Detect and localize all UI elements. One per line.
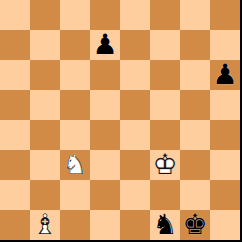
- chess-board: ♟♟♞♘♚♔♝♗♞♚: [0, 0, 242, 242]
- square-b8[interactable]: [30, 0, 60, 30]
- white-bishop[interactable]: ♝♗: [30, 210, 60, 240]
- square-a6[interactable]: [0, 60, 30, 90]
- square-c4[interactable]: [60, 120, 90, 150]
- square-b4[interactable]: [30, 120, 60, 150]
- square-d4[interactable]: [90, 120, 120, 150]
- square-g1[interactable]: ♚: [180, 210, 210, 240]
- square-d2[interactable]: [90, 180, 120, 210]
- square-b1[interactable]: ♝♗: [30, 210, 60, 240]
- square-d7[interactable]: ♟: [90, 30, 120, 60]
- black-pawn[interactable]: ♟: [90, 30, 120, 60]
- white-king-glyph: ♔: [152, 151, 177, 179]
- square-f8[interactable]: [150, 0, 180, 30]
- square-b7[interactable]: [30, 30, 60, 60]
- square-c5[interactable]: [60, 90, 90, 120]
- square-h5[interactable]: [210, 90, 240, 120]
- square-g5[interactable]: [180, 90, 210, 120]
- square-e7[interactable]: [120, 30, 150, 60]
- white-knight-glyph: ♘: [62, 151, 87, 179]
- square-h1[interactable]: [210, 210, 240, 240]
- square-h2[interactable]: [210, 180, 240, 210]
- square-g2[interactable]: [180, 180, 210, 210]
- square-h4[interactable]: [210, 120, 240, 150]
- white-bishop-glyph: ♗: [32, 211, 57, 239]
- square-d8[interactable]: [90, 0, 120, 30]
- square-e6[interactable]: [120, 60, 150, 90]
- square-h8[interactable]: [210, 0, 240, 30]
- square-d6[interactable]: [90, 60, 120, 90]
- square-a2[interactable]: [0, 180, 30, 210]
- square-c6[interactable]: [60, 60, 90, 90]
- square-e5[interactable]: [120, 90, 150, 120]
- square-c8[interactable]: [60, 0, 90, 30]
- square-g4[interactable]: [180, 120, 210, 150]
- square-e8[interactable]: [120, 0, 150, 30]
- square-c3[interactable]: ♞♘: [60, 150, 90, 180]
- square-d1[interactable]: [90, 210, 120, 240]
- square-e3[interactable]: [120, 150, 150, 180]
- square-g6[interactable]: [180, 60, 210, 90]
- square-f1[interactable]: ♞: [150, 210, 180, 240]
- square-g8[interactable]: [180, 0, 210, 30]
- square-f5[interactable]: [150, 90, 180, 120]
- white-king[interactable]: ♚♔: [150, 150, 180, 180]
- square-h3[interactable]: [210, 150, 240, 180]
- square-b6[interactable]: [30, 60, 60, 90]
- square-a4[interactable]: [0, 120, 30, 150]
- square-f4[interactable]: [150, 120, 180, 150]
- square-a8[interactable]: [0, 0, 30, 30]
- square-c1[interactable]: [60, 210, 90, 240]
- square-f2[interactable]: [150, 180, 180, 210]
- square-d5[interactable]: [90, 90, 120, 120]
- square-c7[interactable]: [60, 30, 90, 60]
- square-e4[interactable]: [120, 120, 150, 150]
- square-h7[interactable]: [210, 30, 240, 60]
- square-f3[interactable]: ♚♔: [150, 150, 180, 180]
- square-h6[interactable]: ♟: [210, 60, 240, 90]
- black-king[interactable]: ♚: [180, 210, 210, 240]
- square-g7[interactable]: [180, 30, 210, 60]
- white-knight[interactable]: ♞♘: [60, 150, 90, 180]
- square-f6[interactable]: [150, 60, 180, 90]
- square-c2[interactable]: [60, 180, 90, 210]
- square-e1[interactable]: [120, 210, 150, 240]
- square-e2[interactable]: [120, 180, 150, 210]
- square-a3[interactable]: [0, 150, 30, 180]
- black-knight[interactable]: ♞: [150, 210, 180, 240]
- square-a1[interactable]: [0, 210, 30, 240]
- square-g3[interactable]: [180, 150, 210, 180]
- square-a7[interactable]: [0, 30, 30, 60]
- square-b2[interactable]: [30, 180, 60, 210]
- square-b5[interactable]: [30, 90, 60, 120]
- square-f7[interactable]: [150, 30, 180, 60]
- square-d3[interactable]: [90, 150, 120, 180]
- square-b3[interactable]: [30, 150, 60, 180]
- black-pawn[interactable]: ♟: [210, 60, 240, 90]
- square-a5[interactable]: [0, 90, 30, 120]
